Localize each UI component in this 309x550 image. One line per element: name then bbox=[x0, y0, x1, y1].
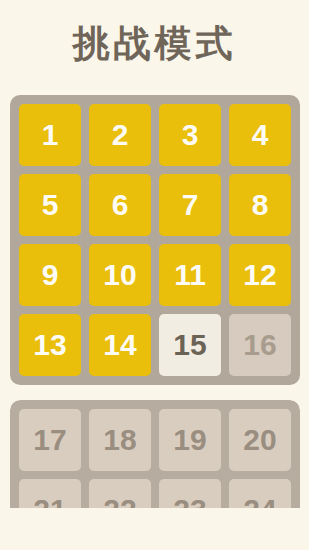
level-tile-3[interactable]: 3 bbox=[159, 104, 221, 166]
level-tile-13[interactable]: 13 bbox=[19, 314, 81, 376]
level-tile-20: 20 bbox=[229, 409, 291, 471]
level-tile-21: 21 bbox=[19, 479, 81, 508]
level-tile-1[interactable]: 1 bbox=[19, 104, 81, 166]
level-tile-14[interactable]: 14 bbox=[89, 314, 151, 376]
level-tile-7[interactable]: 7 bbox=[159, 174, 221, 236]
level-tile-23: 23 bbox=[159, 479, 221, 508]
level-tile-9[interactable]: 9 bbox=[19, 244, 81, 306]
level-tile-17: 17 bbox=[19, 409, 81, 471]
level-tile-4[interactable]: 4 bbox=[229, 104, 291, 166]
level-tile-24: 24 bbox=[229, 479, 291, 508]
level-tile-19: 19 bbox=[159, 409, 221, 471]
level-tile-11[interactable]: 11 bbox=[159, 244, 221, 306]
level-tile-15[interactable]: 15 bbox=[159, 314, 221, 376]
level-tile-18: 18 bbox=[89, 409, 151, 471]
challenge-mode-screen: 挑战模式 12345678910111213141516 17181920212… bbox=[0, 0, 309, 550]
level-board-1: 12345678910111213141516 bbox=[10, 95, 300, 385]
level-board-2-clip-region: 1718192021222324 bbox=[10, 400, 300, 508]
level-tile-22: 22 bbox=[89, 479, 151, 508]
level-tile-6[interactable]: 6 bbox=[89, 174, 151, 236]
level-board-2: 1718192021222324 bbox=[10, 400, 300, 508]
level-tile-8[interactable]: 8 bbox=[229, 174, 291, 236]
level-tile-16: 16 bbox=[229, 314, 291, 376]
level-tile-2[interactable]: 2 bbox=[89, 104, 151, 166]
level-tile-12[interactable]: 12 bbox=[229, 244, 291, 306]
page-title: 挑战模式 bbox=[0, 22, 309, 66]
level-tile-10[interactable]: 10 bbox=[89, 244, 151, 306]
level-tile-5[interactable]: 5 bbox=[19, 174, 81, 236]
